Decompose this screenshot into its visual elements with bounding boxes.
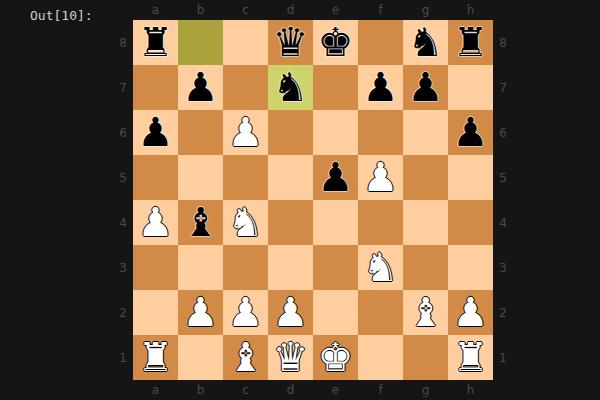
square-g4: [403, 200, 448, 245]
piece-white-pawn-c6: ♟: [223, 110, 268, 155]
piece-white-bishop-g2: ♝: [403, 290, 448, 335]
square-g1: [403, 335, 448, 380]
square-f6: [358, 110, 403, 155]
square-f4: [358, 200, 403, 245]
piece-white-knight-f3: ♞: [358, 245, 403, 290]
rank-label-8: 8: [493, 20, 513, 65]
rank-label-6: 6: [113, 110, 133, 155]
square-e4: [313, 200, 358, 245]
square-a4: ♟: [133, 200, 178, 245]
square-b1: [178, 335, 223, 380]
piece-white-rook-h1: ♜: [448, 335, 493, 380]
square-d8: ♛: [268, 20, 313, 65]
square-e5: ♟: [313, 155, 358, 200]
square-d4: [268, 200, 313, 245]
square-c4: ♞: [223, 200, 268, 245]
square-c8: [223, 20, 268, 65]
file-label-h: h: [448, 0, 493, 20]
rank-label-4: 4: [493, 200, 513, 245]
square-e7: [313, 65, 358, 110]
chess-board: ♜♛♚♞♜♟♞♟♟♟♟♟♟♟♟♝♞♞♟♟♟♝♟♜♝♛♚♜: [133, 20, 493, 380]
square-h4: [448, 200, 493, 245]
file-label-f: f: [358, 380, 403, 400]
square-b5: [178, 155, 223, 200]
square-d5: [268, 155, 313, 200]
piece-black-pawn-b7: ♟: [178, 65, 223, 110]
square-e3: [313, 245, 358, 290]
square-h8: ♜: [448, 20, 493, 65]
square-a1: ♜: [133, 335, 178, 380]
file-label-a: a: [133, 380, 178, 400]
piece-white-pawn-f5: ♟: [358, 155, 403, 200]
file-label-d: d: [268, 380, 313, 400]
rank-label-3: 3: [113, 245, 133, 290]
rank-label-5: 5: [493, 155, 513, 200]
piece-black-king-e8: ♚: [313, 20, 358, 65]
square-f7: ♟: [358, 65, 403, 110]
file-label-a: a: [133, 0, 178, 20]
square-g5: [403, 155, 448, 200]
square-d6: [268, 110, 313, 155]
square-h7: [448, 65, 493, 110]
piece-white-pawn-a4: ♟: [133, 200, 178, 245]
rank-label-8: 8: [113, 20, 133, 65]
file-label-f: f: [358, 0, 403, 20]
piece-black-rook-a8: ♜: [133, 20, 178, 65]
square-c1: ♝: [223, 335, 268, 380]
square-b6: [178, 110, 223, 155]
square-e2: [313, 290, 358, 335]
file-label-g: g: [403, 380, 448, 400]
square-f8: [358, 20, 403, 65]
square-a7: [133, 65, 178, 110]
file-label-c: c: [223, 0, 268, 20]
piece-black-pawn-e5: ♟: [313, 155, 358, 200]
square-h1: ♜: [448, 335, 493, 380]
rank-label-2: 2: [493, 290, 513, 335]
square-f5: ♟: [358, 155, 403, 200]
file-label-b: b: [178, 0, 223, 20]
square-g6: [403, 110, 448, 155]
rank-label-7: 7: [113, 65, 133, 110]
file-label-e: e: [313, 380, 358, 400]
square-h6: ♟: [448, 110, 493, 155]
square-h5: [448, 155, 493, 200]
square-e6: [313, 110, 358, 155]
square-e1: ♚: [313, 335, 358, 380]
square-c3: [223, 245, 268, 290]
square-h2: ♟: [448, 290, 493, 335]
square-c7: [223, 65, 268, 110]
file-label-d: d: [268, 0, 313, 20]
rank-labels-right: 87654321: [493, 20, 513, 380]
square-c6: ♟: [223, 110, 268, 155]
square-b8: [178, 20, 223, 65]
rank-label-7: 7: [493, 65, 513, 110]
square-g3: [403, 245, 448, 290]
piece-black-rook-h8: ♜: [448, 20, 493, 65]
square-b4: ♝: [178, 200, 223, 245]
square-d2: ♟: [268, 290, 313, 335]
piece-white-knight-c4: ♞: [223, 200, 268, 245]
square-a5: [133, 155, 178, 200]
file-label-e: e: [313, 0, 358, 20]
piece-white-queen-d1: ♛: [268, 335, 313, 380]
piece-white-rook-a1: ♜: [133, 335, 178, 380]
rank-label-1: 1: [113, 335, 133, 380]
square-g2: ♝: [403, 290, 448, 335]
square-a6: ♟: [133, 110, 178, 155]
square-g7: ♟: [403, 65, 448, 110]
rank-label-1: 1: [493, 335, 513, 380]
square-e8: ♚: [313, 20, 358, 65]
square-a8: ♜: [133, 20, 178, 65]
piece-black-pawn-a6: ♟: [133, 110, 178, 155]
piece-white-pawn-d2: ♟: [268, 290, 313, 335]
piece-white-pawn-c2: ♟: [223, 290, 268, 335]
square-a2: [133, 290, 178, 335]
piece-white-pawn-b2: ♟: [178, 290, 223, 335]
square-d1: ♛: [268, 335, 313, 380]
piece-black-pawn-f7: ♟: [358, 65, 403, 110]
rank-label-5: 5: [113, 155, 133, 200]
piece-white-king-e1: ♚: [313, 335, 358, 380]
square-g8: ♞: [403, 20, 448, 65]
square-f3: ♞: [358, 245, 403, 290]
piece-black-knight-g8: ♞: [403, 20, 448, 65]
square-f2: [358, 290, 403, 335]
out-label: Out[10]:: [30, 8, 93, 24]
square-b2: ♟: [178, 290, 223, 335]
file-labels-top: abcdefgh: [133, 0, 493, 20]
square-h3: [448, 245, 493, 290]
rank-label-6: 6: [493, 110, 513, 155]
rank-label-3: 3: [493, 245, 513, 290]
file-labels-bottom: abcdefgh: [133, 380, 493, 400]
notebook-output: Out[10]: abcdefgh 87654321 87654321 abcd…: [0, 0, 600, 400]
square-d3: [268, 245, 313, 290]
piece-black-knight-d7: ♞: [268, 65, 313, 110]
file-label-g: g: [403, 0, 448, 20]
square-f1: [358, 335, 403, 380]
piece-white-pawn-h2: ♟: [448, 290, 493, 335]
file-label-b: b: [178, 380, 223, 400]
file-label-c: c: [223, 380, 268, 400]
square-a3: [133, 245, 178, 290]
piece-white-bishop-c1: ♝: [223, 335, 268, 380]
rank-label-2: 2: [113, 290, 133, 335]
square-d7: ♞: [268, 65, 313, 110]
rank-labels-left: 87654321: [113, 20, 133, 380]
square-c2: ♟: [223, 290, 268, 335]
piece-black-pawn-h6: ♟: [448, 110, 493, 155]
piece-black-pawn-g7: ♟: [403, 65, 448, 110]
file-label-h: h: [448, 380, 493, 400]
square-b7: ♟: [178, 65, 223, 110]
piece-black-bishop-b4: ♝: [178, 200, 223, 245]
rank-label-4: 4: [113, 200, 133, 245]
square-c5: [223, 155, 268, 200]
square-b3: [178, 245, 223, 290]
piece-black-queen-d8: ♛: [268, 20, 313, 65]
